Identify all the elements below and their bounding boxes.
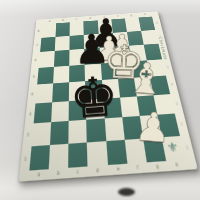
off-board-dark-object (118, 188, 135, 196)
coord-label: 1 (182, 138, 193, 156)
coord-label: a (31, 171, 46, 179)
coord-label: 3 (26, 106, 34, 121)
coord-label: g (126, 13, 136, 17)
coord-label: b (51, 169, 65, 177)
coord-label: 7 (34, 40, 40, 51)
coord-label: h (139, 13, 150, 17)
coord-label: a (45, 19, 55, 23)
coord-label: g (149, 163, 164, 171)
white-bishop-g4[interactable]: ♝ (126, 57, 166, 102)
coord-label: 3 (172, 96, 182, 111)
coord-label: 8 (153, 18, 160, 28)
square-b8[interactable] (56, 22, 70, 36)
square-a6[interactable] (39, 51, 55, 68)
white-pawn-g2[interactable]: ♟ (133, 106, 172, 149)
square-a8[interactable] (41, 23, 56, 37)
coord-label: 4 (168, 77, 177, 90)
coord-label: d (91, 167, 106, 175)
coord-label: h (169, 161, 185, 169)
square-b4[interactable] (52, 82, 69, 102)
square-a4[interactable] (35, 83, 53, 103)
square-a2[interactable] (32, 122, 52, 146)
square-a5[interactable] (37, 66, 54, 84)
square-a3[interactable] (34, 102, 53, 124)
square-b6[interactable] (54, 50, 70, 67)
square-b2[interactable] (50, 121, 69, 145)
coord-label: 5 (31, 70, 38, 83)
coord-label: f (130, 164, 145, 172)
coord-label: e (110, 165, 125, 173)
coord-label: b (58, 18, 68, 22)
coord-label: 2 (24, 126, 32, 143)
square-a7[interactable] (40, 37, 56, 52)
square-a1[interactable] (29, 144, 50, 170)
coord-label: c (71, 168, 85, 176)
square-d1[interactable] (87, 141, 107, 167)
table-surface-photo: abcdefgh abcdefgh 87654321 87654321 Chec… (0, 0, 200, 200)
square-b1[interactable] (49, 143, 69, 169)
coord-label: 1 (21, 149, 30, 167)
square-b7[interactable] (55, 36, 70, 51)
coord-label: c (72, 17, 82, 21)
coord-label: 2 (177, 116, 187, 132)
black-king-d3[interactable]: ♚ (68, 69, 120, 126)
square-c1[interactable] (68, 142, 88, 168)
coord-label: 4 (29, 87, 36, 101)
coord-label: 8 (36, 26, 42, 36)
coord-label: 6 (32, 54, 39, 66)
square-b3[interactable] (51, 101, 69, 122)
